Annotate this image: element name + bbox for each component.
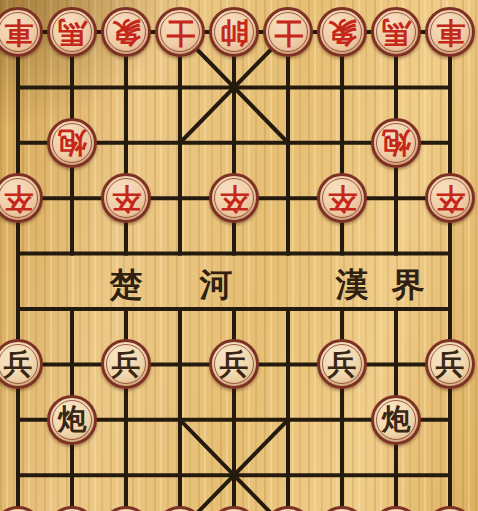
piece-炮-r7c1[interactable]: 炮 [47, 395, 97, 445]
piece-帥-r0c4[interactable]: 帥 [209, 7, 259, 57]
piece-glyph: 馬 [382, 18, 411, 47]
river-label-漢: 漢 [336, 268, 369, 301]
piece-glyph: 卒 [4, 184, 33, 213]
piece-卒-r3c8[interactable]: 卒 [425, 173, 475, 223]
piece-馬-r0c1[interactable]: 馬 [47, 7, 97, 57]
piece-glyph: 車 [4, 18, 33, 47]
river-label-楚: 楚 [110, 268, 143, 301]
piece-glyph: 兵 [436, 350, 465, 379]
piece-glyph: 卒 [328, 184, 357, 213]
piece-glyph: 卒 [436, 184, 465, 213]
piece-卒-r3c2[interactable]: 卒 [101, 173, 151, 223]
piece-卒-r3c6[interactable]: 卒 [317, 173, 367, 223]
piece-glyph: 卒 [112, 184, 141, 213]
piece-glyph: 兵 [4, 350, 33, 379]
piece-glyph: 象 [328, 18, 357, 47]
piece-glyph: 卒 [220, 184, 249, 213]
river-label-河: 河 [200, 268, 233, 301]
piece-炮-r7c7[interactable]: 炮 [371, 395, 421, 445]
piece-卒-r3c4[interactable]: 卒 [209, 173, 259, 223]
piece-glyph: 車 [436, 18, 465, 47]
piece-士-r0c3[interactable]: 士 [155, 7, 205, 57]
piece-glyph: 炮 [58, 405, 87, 434]
river-label-界: 界 [392, 268, 425, 301]
piece-glyph: 象 [112, 18, 141, 47]
piece-兵-r6c4[interactable]: 兵 [209, 339, 259, 389]
piece-炮-r2c1[interactable]: 炮 [47, 118, 97, 168]
piece-馬-r0c7[interactable]: 馬 [371, 7, 421, 57]
piece-glyph: 炮 [382, 405, 411, 434]
piece-兵-r6c6[interactable]: 兵 [317, 339, 367, 389]
piece-glyph: 帥 [220, 18, 249, 47]
piece-glyph: 士 [274, 18, 303, 47]
xiangqi-app: 楚河漢界 車馬象士帥士象馬車炮炮卒卒卒卒卒兵兵兵兵兵炮炮車馬相仕帥仕相馬車 [0, 0, 478, 511]
piece-士-r0c5[interactable]: 士 [263, 7, 313, 57]
piece-glyph: 兵 [112, 350, 141, 379]
piece-炮-r2c7[interactable]: 炮 [371, 118, 421, 168]
piece-象-r0c2[interactable]: 象 [101, 7, 151, 57]
piece-glyph: 士 [166, 18, 195, 47]
piece-glyph: 馬 [58, 18, 87, 47]
piece-glyph: 兵 [220, 350, 249, 379]
piece-glyph: 兵 [328, 350, 357, 379]
piece-兵-r6c8[interactable]: 兵 [425, 339, 475, 389]
piece-glyph: 炮 [382, 128, 411, 157]
xiangqi-board: 楚河漢界 車馬象士帥士象馬車炮炮卒卒卒卒卒兵兵兵兵兵炮炮車馬相仕帥仕相馬車 [0, 0, 478, 511]
piece-象-r0c6[interactable]: 象 [317, 7, 367, 57]
piece-車-r0c8[interactable]: 車 [425, 7, 475, 57]
piece-glyph: 炮 [58, 128, 87, 157]
piece-兵-r6c2[interactable]: 兵 [101, 339, 151, 389]
